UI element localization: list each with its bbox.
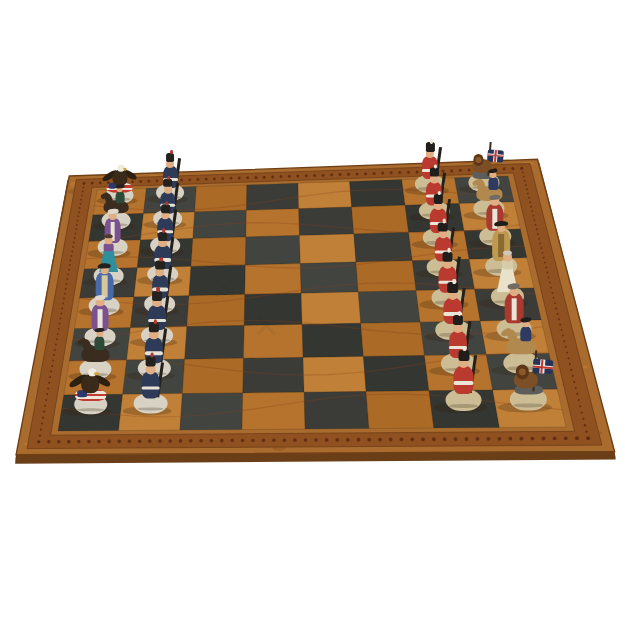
piece-part [166, 153, 175, 162]
piece-part [78, 408, 104, 412]
ornament-motif [582, 418, 584, 420]
ornament-motif [330, 173, 333, 176]
ornament-motif [542, 437, 546, 441]
piece-part [508, 283, 521, 290]
piece-american-rook-r7c0[interactable] [46, 342, 136, 415]
piece-part [154, 319, 158, 324]
ornament-motif [296, 175, 299, 178]
piece-part [155, 260, 165, 270]
ornament-motif [305, 174, 308, 177]
ornament-motif [179, 439, 183, 443]
ornament-motif [564, 436, 568, 440]
piece-part [98, 263, 112, 269]
piece-part [438, 191, 441, 196]
ornament-motif [443, 437, 447, 441]
ornament-motif [39, 435, 41, 437]
piece-part [158, 232, 167, 241]
ornament-motif [575, 436, 579, 440]
piece-part [457, 311, 461, 316]
piece-part [519, 369, 526, 376]
ornament-motif [497, 437, 501, 441]
piece-british-pawn-r7c6[interactable] [415, 340, 512, 411]
piece-part [452, 279, 456, 284]
piece-part [107, 209, 118, 215]
piece-part [161, 204, 170, 213]
ornament-motif [373, 172, 376, 175]
ornament-motif [400, 438, 404, 442]
ornament-motif [189, 439, 193, 443]
ornament-motif [41, 422, 43, 424]
square-r4c4[interactable] [301, 292, 361, 325]
ornament-motif [587, 437, 589, 439]
ornament-motif [254, 176, 257, 179]
ornament-motif [335, 438, 339, 442]
ornament-motif [43, 411, 45, 413]
ornament-motif [288, 175, 291, 178]
ornament-motif [220, 439, 224, 443]
ornament-motif [293, 438, 297, 442]
ornament-motif [38, 441, 40, 443]
piece-part [449, 404, 478, 408]
square-r2c3[interactable] [245, 235, 300, 265]
ornament-motif [263, 176, 266, 179]
ornament-motif [304, 438, 308, 442]
ornament-motif [42, 416, 44, 418]
ornament-motif [584, 424, 586, 426]
ornament-motif [356, 172, 359, 175]
ornament-motif [364, 172, 367, 175]
piece-part [520, 317, 531, 323]
ornament-motif [221, 177, 224, 180]
ornament-motif [246, 176, 249, 179]
ornament-motif [77, 440, 81, 444]
ornament-motif [410, 437, 414, 441]
ornament-motif [168, 439, 172, 443]
ornament-motif [238, 177, 241, 180]
piece-part [454, 366, 473, 395]
ornament-motif [347, 173, 350, 176]
piece-part [105, 234, 113, 238]
ornament-motif [508, 437, 512, 441]
square-r0c4[interactable] [298, 181, 352, 208]
ornament-motif [210, 439, 214, 443]
ornament-motif [230, 177, 233, 180]
ornament-motif [378, 438, 382, 442]
ornament-motif [579, 405, 581, 407]
ornament-motif [40, 428, 42, 430]
ornament-motif [381, 172, 384, 175]
piece-part [142, 372, 160, 399]
ornament-motif [531, 437, 535, 441]
watermark-icon: ✕ [252, 307, 281, 345]
square-r7c3[interactable] [242, 392, 305, 429]
ornament-motif [357, 438, 361, 442]
ornament-motif [230, 439, 234, 443]
piece-part [443, 251, 453, 261]
ornament-motif [465, 437, 469, 441]
ornament-motif [138, 439, 142, 443]
ornament-motif [313, 174, 316, 177]
ornament-motif [322, 174, 325, 177]
piece-part [94, 327, 104, 332]
piece-part [137, 407, 164, 411]
ornament-motif [421, 437, 425, 441]
ornament-motif [67, 440, 71, 444]
ornament-motif [389, 438, 393, 442]
piece-part [162, 228, 165, 232]
ornament-motif [199, 439, 203, 443]
ornament-motif [486, 437, 490, 441]
piece-part [442, 218, 446, 223]
piece-part [142, 386, 160, 390]
piece-part [430, 139, 433, 143]
piece-part [430, 168, 439, 177]
square-r2c4[interactable] [300, 234, 357, 264]
ornament-motif [271, 175, 274, 178]
piece-part [514, 403, 543, 407]
ornament-motif [262, 439, 266, 443]
ornament-motif [585, 430, 587, 432]
piece-part [152, 291, 162, 301]
ornament-motif [251, 439, 255, 443]
square-r0c3[interactable] [246, 183, 298, 210]
ornament-motif [47, 440, 50, 443]
ornament-motif [578, 399, 580, 401]
ornament-motif [339, 173, 342, 176]
ornament-motif [148, 439, 152, 443]
piece-part [115, 183, 124, 188]
ornament-motif [107, 440, 111, 444]
piece-part [95, 372, 99, 375]
ornament-motif [325, 438, 329, 442]
ornament-motif [520, 437, 524, 441]
ornament-motif [57, 440, 60, 443]
piece-part [157, 287, 160, 292]
ornament-motif [272, 438, 276, 442]
ornament-motif [314, 438, 318, 442]
piece-part [434, 164, 437, 168]
piece-part [146, 356, 156, 366]
ornament-motif [241, 439, 245, 443]
square-r1c4[interactable] [299, 207, 354, 235]
ornament-motif [128, 439, 132, 443]
ornament-motif [476, 437, 480, 441]
product-photo-scene: ✕✕ [0, 0, 625, 625]
piece-part [494, 220, 508, 226]
ornament-motif [432, 437, 436, 441]
ornament-motif [117, 440, 121, 444]
piece-part [453, 315, 464, 326]
watermark-icon: ✕ [210, 269, 239, 307]
piece-part [434, 194, 444, 204]
ornament-motif [87, 440, 91, 444]
ornament-motif [280, 175, 283, 178]
piece-part [458, 350, 469, 361]
ornament-motif [553, 437, 557, 441]
piece-part [426, 142, 435, 151]
piece-part [503, 250, 512, 255]
piece-part [82, 374, 100, 393]
ornament-motif [158, 439, 162, 443]
piece-part [159, 257, 162, 262]
ornament-motif [581, 411, 583, 413]
leather-mottle [583, 366, 588, 369]
piece-part [438, 222, 448, 232]
piece-part [163, 178, 172, 187]
piece-part [448, 282, 458, 292]
piece-part [149, 323, 159, 333]
piece-part [463, 346, 467, 351]
ornament-motif [283, 438, 287, 442]
ornament-motif [213, 178, 216, 181]
piece-part [454, 381, 473, 385]
ornament-motif [346, 438, 350, 442]
ornament-motif [97, 440, 101, 444]
ornament-motif [454, 437, 458, 441]
ornament-motif [367, 438, 371, 442]
